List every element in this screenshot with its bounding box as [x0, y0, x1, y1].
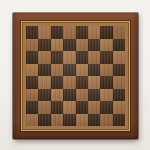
square-f4[interactable] — [88, 76, 100, 89]
square-c2[interactable] — [51, 101, 63, 114]
square-b5[interactable] — [38, 64, 50, 77]
square-a4[interactable] — [26, 76, 38, 89]
square-b3[interactable] — [38, 89, 50, 102]
square-g1[interactable] — [100, 114, 112, 127]
square-b6[interactable] — [38, 51, 50, 64]
square-h4[interactable] — [113, 76, 125, 89]
square-c8[interactable] — [51, 26, 63, 39]
square-e4[interactable] — [76, 76, 88, 89]
square-a7[interactable] — [26, 39, 38, 52]
square-h3[interactable] — [113, 89, 125, 102]
square-h6[interactable] — [113, 51, 125, 64]
square-c4[interactable] — [51, 76, 63, 89]
square-h1[interactable] — [113, 114, 125, 127]
square-d7[interactable] — [63, 39, 75, 52]
square-d8[interactable] — [63, 26, 75, 39]
square-f8[interactable] — [88, 26, 100, 39]
square-a6[interactable] — [26, 51, 38, 64]
square-d6[interactable] — [63, 51, 75, 64]
square-d3[interactable] — [63, 89, 75, 102]
square-f2[interactable] — [88, 101, 100, 114]
chess-board[interactable] — [13, 13, 138, 139]
square-e5[interactable] — [76, 64, 88, 77]
square-a5[interactable] — [26, 64, 38, 77]
square-e2[interactable] — [76, 101, 88, 114]
square-b8[interactable] — [38, 26, 50, 39]
square-b7[interactable] — [38, 39, 50, 52]
square-d1[interactable] — [63, 114, 75, 127]
square-e3[interactable] — [76, 89, 88, 102]
square-e8[interactable] — [76, 26, 88, 39]
square-d4[interactable] — [63, 76, 75, 89]
square-g8[interactable] — [100, 26, 112, 39]
square-a2[interactable] — [26, 101, 38, 114]
square-b2[interactable] — [38, 101, 50, 114]
square-g6[interactable] — [100, 51, 112, 64]
square-f1[interactable] — [88, 114, 100, 127]
photo-background — [0, 0, 150, 150]
square-g3[interactable] — [100, 89, 112, 102]
square-e7[interactable] — [76, 39, 88, 52]
square-b1[interactable] — [38, 114, 50, 127]
square-a3[interactable] — [26, 89, 38, 102]
square-c6[interactable] — [51, 51, 63, 64]
square-g7[interactable] — [100, 39, 112, 52]
square-h5[interactable] — [113, 64, 125, 77]
square-c7[interactable] — [51, 39, 63, 52]
square-g4[interactable] — [100, 76, 112, 89]
square-h2[interactable] — [113, 101, 125, 114]
square-e1[interactable] — [76, 114, 88, 127]
square-d5[interactable] — [63, 64, 75, 77]
square-e6[interactable] — [76, 51, 88, 64]
square-a1[interactable] — [26, 114, 38, 127]
square-h8[interactable] — [113, 26, 125, 39]
square-g5[interactable] — [100, 64, 112, 77]
square-f5[interactable] — [88, 64, 100, 77]
square-c5[interactable] — [51, 64, 63, 77]
square-a8[interactable] — [26, 26, 38, 39]
square-h7[interactable] — [113, 39, 125, 52]
square-f7[interactable] — [88, 39, 100, 52]
square-c1[interactable] — [51, 114, 63, 127]
square-b4[interactable] — [38, 76, 50, 89]
square-f3[interactable] — [88, 89, 100, 102]
board-grid[interactable] — [26, 26, 125, 126]
square-c3[interactable] — [51, 89, 63, 102]
square-f6[interactable] — [88, 51, 100, 64]
square-g2[interactable] — [100, 101, 112, 114]
square-d2[interactable] — [63, 101, 75, 114]
